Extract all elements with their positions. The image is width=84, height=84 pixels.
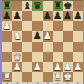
- square-a2[interactable]: [2, 62, 12, 72]
- black-pawn-h7: ♟: [73, 11, 82, 21]
- square-b3[interactable]: ♛: [12, 52, 22, 62]
- square-b5[interactable]: ♞: [12, 31, 22, 41]
- square-g2[interactable]: ♟: [63, 62, 73, 72]
- white-queen-b3: ♛: [13, 52, 22, 62]
- square-g5[interactable]: [63, 31, 73, 41]
- square-e2[interactable]: [43, 62, 53, 72]
- file-label-g: g: [67, 82, 69, 84]
- file-label-a: a: [6, 82, 8, 84]
- square-h2[interactable]: ♟: [73, 62, 83, 72]
- square-c6[interactable]: [22, 21, 32, 31]
- white-pawn-f2: ♟: [53, 62, 62, 72]
- file-coordinates: abcdefgh: [2, 82, 83, 84]
- square-a5[interactable]: [2, 31, 12, 41]
- square-f6[interactable]: [53, 21, 63, 31]
- black-pawn-g7: ♟: [63, 11, 72, 21]
- square-a8[interactable]: ♜: [2, 1, 12, 11]
- square-c8[interactable]: ♝: [22, 1, 32, 11]
- square-b8[interactable]: [12, 1, 22, 11]
- square-e8[interactable]: [43, 1, 53, 11]
- square-h7[interactable]: ♟: [73, 11, 83, 21]
- square-b2[interactable]: ♟: [12, 62, 22, 72]
- square-d2[interactable]: ♟: [32, 62, 42, 72]
- square-b6[interactable]: [12, 21, 22, 31]
- square-c7[interactable]: [22, 11, 32, 21]
- square-f3[interactable]: [53, 52, 63, 62]
- square-h3[interactable]: [73, 52, 83, 62]
- square-e3[interactable]: [43, 52, 53, 62]
- square-f2[interactable]: ♟: [53, 62, 63, 72]
- square-d6[interactable]: [32, 21, 42, 31]
- file-label-f: f: [57, 82, 58, 84]
- board-right-border: [83, 0, 84, 84]
- square-d3[interactable]: [32, 52, 42, 62]
- white-pawn-b2: ♟: [13, 62, 22, 72]
- square-h8[interactable]: [73, 1, 83, 11]
- square-g6[interactable]: [63, 21, 73, 31]
- file-label-d: d: [37, 82, 39, 84]
- file-label-b: b: [16, 82, 18, 84]
- square-c3[interactable]: [22, 52, 32, 62]
- square-e4[interactable]: [43, 42, 53, 52]
- square-g3[interactable]: [63, 52, 73, 62]
- chess-board[interactable]: ♜♝♛♜♚♟♟♟♟♟♟♟♞♟♟♛♟♟♟♟♟♜♜♚: [2, 1, 83, 82]
- square-e7[interactable]: ♟: [43, 11, 53, 21]
- square-f4[interactable]: [53, 42, 63, 52]
- square-g8[interactable]: ♚: [63, 1, 73, 11]
- white-pawn-g2: ♟: [63, 62, 72, 72]
- square-h6[interactable]: [73, 21, 83, 31]
- square-g7[interactable]: ♟: [63, 11, 73, 21]
- square-c5[interactable]: [22, 31, 32, 41]
- square-d4[interactable]: [32, 42, 42, 52]
- file-label-h: h: [77, 82, 79, 84]
- chess-thumbnail: ♜♝♛♜♚♟♟♟♟♟♟♟♞♟♟♛♟♟♟♟♟♜♜♚ abcdefgh: [0, 0, 84, 84]
- white-pawn-h2: ♟: [73, 62, 82, 72]
- black-pawn-b7: ♟: [13, 11, 22, 21]
- square-f5[interactable]: [53, 31, 63, 41]
- square-c2[interactable]: [22, 62, 32, 72]
- white-pawn-d2: ♟: [33, 62, 42, 72]
- white-knight-b5: ♞: [13, 31, 22, 41]
- white-pawn-a6: ♟: [3, 21, 12, 31]
- square-b4[interactable]: [12, 42, 22, 52]
- square-c4[interactable]: [22, 42, 32, 52]
- black-pawn-d5: ♟: [33, 31, 42, 41]
- square-f8[interactable]: ♜: [53, 1, 63, 11]
- file-label-c: c: [27, 82, 29, 84]
- black-rook-a8: ♜: [3, 1, 12, 11]
- square-b7[interactable]: ♟: [12, 11, 22, 21]
- black-pawn-e7: ♟: [43, 11, 52, 21]
- square-a6[interactable]: ♟: [2, 21, 12, 31]
- square-a3[interactable]: [2, 52, 12, 62]
- square-a4[interactable]: [2, 42, 12, 52]
- square-a7[interactable]: ♟: [2, 11, 12, 21]
- square-d8[interactable]: ♛: [32, 1, 42, 11]
- black-pawn-a7: ♟: [3, 11, 12, 21]
- file-label-e: e: [47, 82, 49, 84]
- square-e6[interactable]: [43, 21, 53, 31]
- black-queen-d8: ♛: [33, 1, 42, 11]
- square-h5[interactable]: [73, 31, 83, 41]
- square-g4[interactable]: [63, 42, 73, 52]
- square-d5[interactable]: ♟: [32, 31, 42, 41]
- white-pawn-e5: ♟: [43, 31, 52, 41]
- square-f7[interactable]: ♟: [53, 11, 63, 21]
- black-rook-f8: ♜: [53, 1, 62, 11]
- square-e5[interactable]: ♟: [43, 31, 53, 41]
- black-bishop-c8: ♝: [23, 1, 32, 11]
- black-pawn-f7: ♟: [53, 11, 62, 21]
- square-d7[interactable]: [32, 11, 42, 21]
- square-h4[interactable]: [73, 42, 83, 52]
- black-king-g8: ♚: [63, 1, 72, 11]
